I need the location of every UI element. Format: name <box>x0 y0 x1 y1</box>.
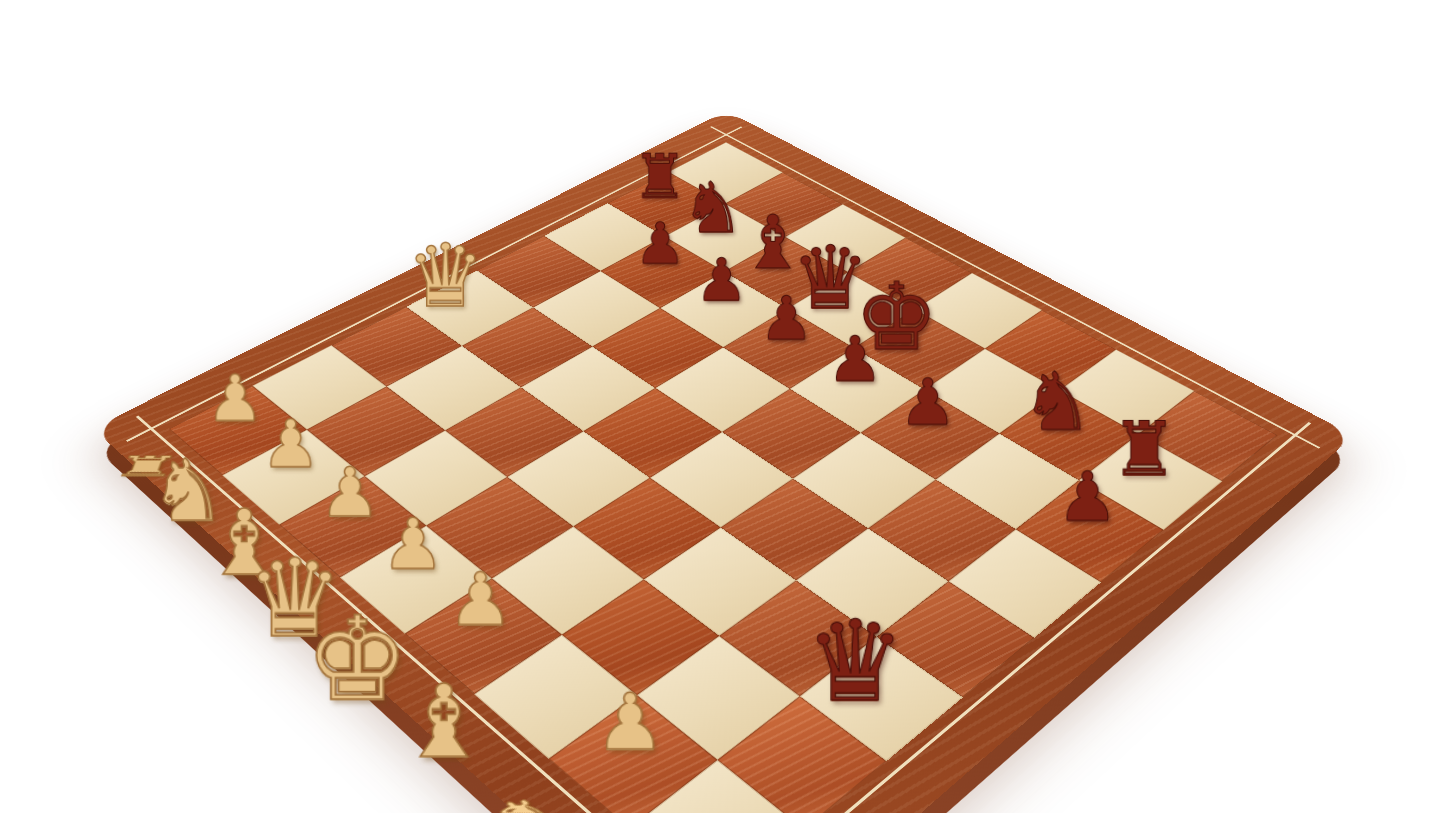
red-rook-h8: ♜ <box>1111 412 1178 487</box>
red-queen-h4: ♛ <box>805 606 905 718</box>
white-pawn-b2: ♟ <box>261 411 320 477</box>
red-knight-g8: ♞ <box>1021 362 1093 443</box>
piece-anchor-h8: ♜ <box>1145 429 1229 475</box>
piece-anchor-e8: ♚ <box>922 305 992 344</box>
white-pawn-a2: ♟ <box>207 367 264 431</box>
board-border-frame: ♜♞♝♛♚♝♞♜♟♟♟♟♟♟♟♟♛♛♟♟♟♟♟♟♟♟♜♞♝♛♚♝♞♜ <box>93 111 1354 813</box>
red-knight-b8: ♞ <box>682 173 745 243</box>
white-pawn-c2: ♟ <box>320 459 381 527</box>
red-rook-a8: ♜ <box>632 146 687 207</box>
white-knight-g1: ♞ <box>477 795 572 813</box>
white-pawn-d2: ♟ <box>382 509 445 579</box>
red-pawn-d7: ♟ <box>760 288 814 348</box>
white-queen-a5: ♛ <box>406 233 484 320</box>
square-e8: ♚ <box>915 273 1042 349</box>
red-pawn-e7: ♟ <box>827 328 883 390</box>
white-bishop-f1: ♝ <box>399 672 489 773</box>
chess-board: ♜♞♝♛♚♝♞♜♟♟♟♟♟♟♟♟♛♛♟♟♟♟♟♟♟♟♜♞♝♛♚♝♞♜ <box>93 111 1354 813</box>
red-pawn-b7: ♟ <box>635 215 686 272</box>
product-photo-scene: ♜♞♝♛♚♝♞♜♟♟♟♟♟♟♟♟♛♛♟♟♟♟♟♟♟♟♜♞♝♛♚♝♞♜ <box>0 0 1445 813</box>
board-squares-grid: ♜♞♝♛♚♝♞♜♟♟♟♟♟♟♟♟♛♛♟♟♟♟♟♟♟♟♜♞♝♛♚♝♞♜ <box>169 142 1278 813</box>
white-pawn-g2: ♟ <box>595 683 665 761</box>
white-king-e1: ♚ <box>305 600 410 717</box>
white-pawn-e2: ♟ <box>448 563 513 636</box>
piece-anchor-f1: ♝ <box>485 687 560 751</box>
square-h4: ♛ <box>877 581 1035 697</box>
red-pawn-f7: ♟ <box>899 370 956 434</box>
red-pawn-h7: ♟ <box>1057 463 1118 531</box>
square-h8: ♜ <box>1138 391 1277 481</box>
red-pawn-c7: ♟ <box>695 251 748 310</box>
